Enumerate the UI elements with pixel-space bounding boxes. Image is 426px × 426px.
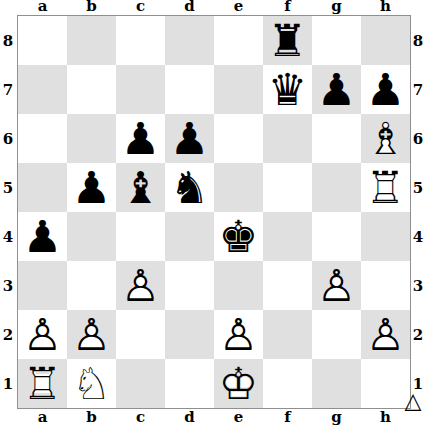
file-label-b: b [67, 408, 116, 426]
square-f1[interactable] [263, 359, 312, 408]
square-h6[interactable]: ♝♗ [361, 114, 410, 163]
white-to-move-indicator: △ [400, 387, 426, 413]
square-c7[interactable] [116, 65, 165, 114]
file-label-a: a [18, 408, 67, 426]
square-e7[interactable] [214, 65, 263, 114]
black-rook: ♜ [263, 16, 312, 65]
black-pawn: ♟ [116, 114, 165, 163]
file-label-e: e [214, 408, 263, 426]
file-label-d: d [165, 408, 214, 426]
rank-label-3: 3 [0, 261, 16, 310]
square-f7[interactable]: ♛ [263, 65, 312, 114]
rank-label-6: 6 [410, 114, 426, 163]
white-pawn: ♟♙ [361, 310, 410, 359]
square-g4[interactable] [312, 212, 361, 261]
square-e8[interactable] [214, 16, 263, 65]
square-b6[interactable] [67, 114, 116, 163]
square-b1[interactable]: ♞♘ [67, 359, 116, 408]
square-d8[interactable] [165, 16, 214, 65]
white-pawn: ♟♙ [67, 310, 116, 359]
square-c3[interactable]: ♟♙ [116, 261, 165, 310]
square-d4[interactable] [165, 212, 214, 261]
square-c6[interactable]: ♟ [116, 114, 165, 163]
black-knight: ♞ [165, 163, 214, 212]
black-pawn: ♟ [67, 163, 116, 212]
square-d7[interactable] [165, 65, 214, 114]
square-e1[interactable]: ♚♔ [214, 359, 263, 408]
rank-labels-left: 87654321 [0, 16, 16, 408]
square-h3[interactable] [361, 261, 410, 310]
rank-label-4: 4 [0, 212, 16, 261]
square-f4[interactable] [263, 212, 312, 261]
square-a7[interactable] [18, 65, 67, 114]
black-pawn: ♟ [18, 212, 67, 261]
white-pawn: ♟♙ [214, 310, 263, 359]
white-knight: ♞♘ [67, 359, 116, 408]
square-b4[interactable] [67, 212, 116, 261]
square-a4[interactable]: ♟ [18, 212, 67, 261]
square-e4[interactable]: ♚ [214, 212, 263, 261]
square-d2[interactable] [165, 310, 214, 359]
square-a6[interactable] [18, 114, 67, 163]
file-labels-bottom: abcdefgh [18, 408, 410, 426]
square-b8[interactable] [67, 16, 116, 65]
square-c8[interactable] [116, 16, 165, 65]
black-pawn: ♟ [361, 65, 410, 114]
rank-label-6: 6 [0, 114, 16, 163]
square-g7[interactable]: ♟ [312, 65, 361, 114]
square-f2[interactable] [263, 310, 312, 359]
square-g1[interactable] [312, 359, 361, 408]
file-label-f: f [263, 0, 312, 14]
rank-labels-right: 87654321 [410, 16, 426, 408]
white-rook: ♜♖ [18, 359, 67, 408]
file-label-g: g [312, 0, 361, 14]
square-f3[interactable] [263, 261, 312, 310]
square-g5[interactable] [312, 163, 361, 212]
square-c1[interactable] [116, 359, 165, 408]
square-c5[interactable]: ♝ [116, 163, 165, 212]
square-d3[interactable] [165, 261, 214, 310]
square-b5[interactable]: ♟ [67, 163, 116, 212]
white-pawn: ♟♙ [18, 310, 67, 359]
square-a2[interactable]: ♟♙ [18, 310, 67, 359]
white-king: ♚♔ [214, 359, 263, 408]
file-label-c: c [116, 408, 165, 426]
file-labels-top: abcdefgh [18, 0, 410, 14]
square-d5[interactable]: ♞ [165, 163, 214, 212]
square-d6[interactable]: ♟ [165, 114, 214, 163]
square-c4[interactable] [116, 212, 165, 261]
square-g3[interactable]: ♟♙ [312, 261, 361, 310]
square-f5[interactable] [263, 163, 312, 212]
rank-label-5: 5 [0, 163, 16, 212]
rank-label-2: 2 [410, 310, 426, 359]
chess-board: ♜♛♟♟♟♟♝♗♟♝♞♜♖♟♚♟♙♟♙♟♙♟♙♟♙♟♙♜♖♞♘♚♔ [17, 15, 411, 409]
rank-label-1: 1 [0, 359, 16, 408]
file-label-e: e [214, 0, 263, 14]
square-a1[interactable]: ♜♖ [18, 359, 67, 408]
square-e6[interactable] [214, 114, 263, 163]
square-d1[interactable] [165, 359, 214, 408]
white-pawn: ♟♙ [116, 261, 165, 310]
rank-label-4: 4 [410, 212, 426, 261]
rank-label-8: 8 [410, 16, 426, 65]
square-h2[interactable]: ♟♙ [361, 310, 410, 359]
chess-diagram: abcdefgh abcdefgh 87654321 87654321 ♜♛♟♟… [0, 0, 426, 426]
black-pawn: ♟ [312, 65, 361, 114]
square-g8[interactable] [312, 16, 361, 65]
file-label-g: g [312, 408, 361, 426]
rank-label-2: 2 [0, 310, 16, 359]
square-b3[interactable] [67, 261, 116, 310]
black-king: ♚ [214, 212, 263, 261]
square-h4[interactable] [361, 212, 410, 261]
black-pawn: ♟ [165, 114, 214, 163]
file-label-f: f [263, 408, 312, 426]
square-h5[interactable]: ♜♖ [361, 163, 410, 212]
rank-label-8: 8 [0, 16, 16, 65]
square-h7[interactable]: ♟ [361, 65, 410, 114]
square-a8[interactable] [18, 16, 67, 65]
square-g6[interactable] [312, 114, 361, 163]
square-b7[interactable] [67, 65, 116, 114]
black-queen: ♛ [263, 65, 312, 114]
square-e2[interactable]: ♟♙ [214, 310, 263, 359]
rank-label-7: 7 [0, 65, 16, 114]
square-a3[interactable] [18, 261, 67, 310]
rank-label-5: 5 [410, 163, 426, 212]
white-pawn: ♟♙ [312, 261, 361, 310]
file-label-a: a [18, 0, 67, 14]
square-e5[interactable] [214, 163, 263, 212]
file-label-d: d [165, 0, 214, 14]
square-h8[interactable] [361, 16, 410, 65]
square-c2[interactable] [116, 310, 165, 359]
square-g2[interactable] [312, 310, 361, 359]
square-e3[interactable] [214, 261, 263, 310]
file-label-c: c [116, 0, 165, 14]
file-label-b: b [67, 0, 116, 14]
square-f6[interactable] [263, 114, 312, 163]
black-bishop: ♝ [116, 163, 165, 212]
square-b2[interactable]: ♟♙ [67, 310, 116, 359]
square-a5[interactable] [18, 163, 67, 212]
white-bishop: ♝♗ [361, 114, 410, 163]
white-rook: ♜♖ [361, 163, 410, 212]
rank-label-7: 7 [410, 65, 426, 114]
square-f8[interactable]: ♜ [263, 16, 312, 65]
file-label-h: h [361, 0, 410, 14]
rank-label-3: 3 [410, 261, 426, 310]
